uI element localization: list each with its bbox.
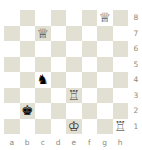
square-c5[interactable] <box>35 57 51 73</box>
rank-label-4: 4 <box>130 72 142 88</box>
square-e7[interactable] <box>66 26 82 42</box>
square-f6[interactable] <box>82 41 98 57</box>
square-h3[interactable] <box>113 88 129 104</box>
square-d7[interactable] <box>51 26 67 42</box>
file-label-g: g <box>97 136 113 148</box>
square-b7[interactable] <box>20 26 36 42</box>
square-g4[interactable] <box>97 72 113 88</box>
file-label-f: f <box>82 136 98 148</box>
square-f1[interactable] <box>82 119 98 135</box>
square-g5[interactable] <box>97 57 113 73</box>
square-f4[interactable] <box>82 72 98 88</box>
square-c6[interactable] <box>35 41 51 57</box>
square-a4[interactable] <box>4 72 20 88</box>
file-label-c: c <box>35 136 51 148</box>
square-c1[interactable] <box>35 119 51 135</box>
square-e3[interactable]: ♖ <box>66 88 82 104</box>
square-d5[interactable] <box>51 57 67 73</box>
file-label-b: b <box>20 136 36 148</box>
square-a3[interactable] <box>4 88 20 104</box>
square-a2[interactable] <box>4 103 20 119</box>
square-b2[interactable]: ♚ <box>20 103 36 119</box>
square-b3[interactable] <box>20 88 36 104</box>
file-label-a: a <box>4 136 20 148</box>
square-g2[interactable] <box>97 103 113 119</box>
square-e6[interactable] <box>66 41 82 57</box>
chess-diagram: ♕♕♞♖♚♔♖ 87654321 abcdefgh <box>0 0 142 150</box>
square-g1[interactable] <box>97 119 113 135</box>
square-f5[interactable] <box>82 57 98 73</box>
square-g8[interactable]: ♕ <box>97 10 113 26</box>
square-a7[interactable] <box>4 26 20 42</box>
square-e2[interactable] <box>66 103 82 119</box>
rank-label-6: 6 <box>130 41 142 57</box>
file-label-d: d <box>51 136 67 148</box>
square-d8[interactable] <box>51 10 67 26</box>
square-a8[interactable] <box>4 10 20 26</box>
rank-label-1: 1 <box>130 119 142 135</box>
black-knight-piece[interactable]: ♞ <box>37 72 49 88</box>
square-d3[interactable] <box>51 88 67 104</box>
square-d6[interactable] <box>51 41 67 57</box>
square-b1[interactable] <box>20 119 36 135</box>
file-label-e: e <box>66 136 82 148</box>
square-a5[interactable] <box>4 57 20 73</box>
chess-board: ♕♕♞♖♚♔♖ <box>4 10 128 134</box>
square-b5[interactable] <box>20 57 36 73</box>
black-king-piece[interactable]: ♚ <box>21 103 33 119</box>
square-a6[interactable] <box>4 41 20 57</box>
square-c3[interactable] <box>35 88 51 104</box>
white-rook-piece[interactable]: ♖ <box>114 119 126 135</box>
square-h7[interactable] <box>113 26 129 42</box>
square-e8[interactable] <box>66 10 82 26</box>
square-h2[interactable] <box>113 103 129 119</box>
square-h4[interactable] <box>113 72 129 88</box>
rank-label-3: 3 <box>130 88 142 104</box>
square-d4[interactable] <box>51 72 67 88</box>
square-f7[interactable] <box>82 26 98 42</box>
white-queen-piece[interactable]: ♕ <box>37 26 49 42</box>
rank-label-8: 8 <box>130 10 142 26</box>
square-e1[interactable]: ♔ <box>66 119 82 135</box>
square-f8[interactable] <box>82 10 98 26</box>
square-b8[interactable] <box>20 10 36 26</box>
square-d2[interactable] <box>51 103 67 119</box>
rank-labels: 87654321 <box>130 10 142 134</box>
square-c7[interactable]: ♕ <box>35 26 51 42</box>
white-queen-piece[interactable]: ♕ <box>99 10 111 26</box>
square-g6[interactable] <box>97 41 113 57</box>
file-labels: abcdefgh <box>4 136 128 148</box>
square-h6[interactable] <box>113 41 129 57</box>
file-label-h: h <box>113 136 129 148</box>
square-c2[interactable] <box>35 103 51 119</box>
square-g3[interactable] <box>97 88 113 104</box>
square-h5[interactable] <box>113 57 129 73</box>
square-h8[interactable] <box>113 10 129 26</box>
square-f3[interactable] <box>82 88 98 104</box>
square-h1[interactable]: ♖ <box>113 119 129 135</box>
white-rook-piece[interactable]: ♖ <box>68 88 80 104</box>
rank-label-7: 7 <box>130 26 142 42</box>
square-c8[interactable] <box>35 10 51 26</box>
rank-label-2: 2 <box>130 103 142 119</box>
square-g7[interactable] <box>97 26 113 42</box>
white-king-piece[interactable]: ♔ <box>68 119 80 135</box>
square-b6[interactable] <box>20 41 36 57</box>
square-c4[interactable]: ♞ <box>35 72 51 88</box>
square-e4[interactable] <box>66 72 82 88</box>
square-a1[interactable] <box>4 119 20 135</box>
square-e5[interactable] <box>66 57 82 73</box>
square-d1[interactable] <box>51 119 67 135</box>
rank-label-5: 5 <box>130 57 142 73</box>
square-b4[interactable] <box>20 72 36 88</box>
square-f2[interactable] <box>82 103 98 119</box>
